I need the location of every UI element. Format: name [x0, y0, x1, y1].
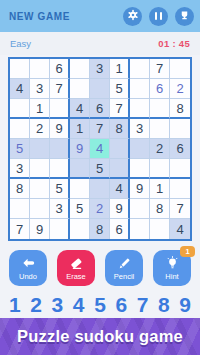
cell-r5c9[interactable]: 6: [170, 139, 190, 159]
cell-r4c6[interactable]: 8: [110, 119, 130, 139]
cell-r9c4[interactable]: [70, 219, 90, 239]
cell-r8c7[interactable]: [130, 199, 150, 219]
number-pad: 123456789: [0, 293, 200, 316]
cell-r2c5[interactable]: [90, 79, 110, 99]
pause-button[interactable]: [149, 7, 168, 26]
cell-r8c6[interactable]: 9: [110, 199, 130, 219]
settings-button[interactable]: [123, 7, 142, 26]
cell-r1c3[interactable]: 6: [50, 59, 70, 79]
cell-r9c8[interactable]: [150, 219, 170, 239]
cell-r3c6[interactable]: 7: [110, 99, 130, 119]
pencil-button[interactable]: Pencil: [105, 250, 143, 286]
cell-r7c1[interactable]: 8: [10, 179, 30, 199]
cell-r1c2[interactable]: [30, 59, 50, 79]
cell-r6c8[interactable]: [150, 159, 170, 179]
timer: 01 : 45: [158, 38, 190, 49]
cell-r8c9[interactable]: 7: [170, 199, 190, 219]
erase-button[interactable]: Erase: [57, 250, 95, 286]
cell-r7c7[interactable]: 9: [130, 179, 150, 199]
cell-r5c4[interactable]: 9: [70, 139, 90, 159]
cell-r3c1[interactable]: [10, 99, 30, 119]
cell-r3c4[interactable]: 4: [70, 99, 90, 119]
cell-r8c3[interactable]: 3: [50, 199, 70, 219]
cell-r4c4[interactable]: 1: [70, 119, 90, 139]
board-area: 6317437562146782917835942635854913529877…: [0, 55, 200, 241]
numpad-digit-2[interactable]: 2: [30, 294, 42, 315]
numpad-digit-4[interactable]: 4: [73, 294, 85, 315]
cell-r6c1[interactable]: 3: [10, 159, 30, 179]
cell-r9c5[interactable]: 8: [90, 219, 110, 239]
difficulty-label: Easy: [10, 38, 31, 49]
cell-r1c4[interactable]: [70, 59, 90, 79]
cell-r9c2[interactable]: 9: [30, 219, 50, 239]
cell-r2c8[interactable]: 6: [150, 79, 170, 99]
cell-r7c4[interactable]: [70, 179, 90, 199]
cell-r9c3[interactable]: [50, 219, 70, 239]
eraser-icon: [69, 256, 84, 271]
cell-r2c1[interactable]: 4: [10, 79, 30, 99]
sudoku-board: 6317437562146782917835942635854913529877…: [8, 57, 192, 241]
cell-r4c1[interactable]: [10, 119, 30, 139]
numpad-digit-1[interactable]: 1: [9, 294, 21, 315]
trophy-button[interactable]: [175, 7, 194, 26]
cell-r6c6[interactable]: [110, 159, 130, 179]
cell-r2c9[interactable]: 2: [170, 79, 190, 99]
cell-r3c2[interactable]: 1: [30, 99, 50, 119]
cell-r8c2[interactable]: [30, 199, 50, 219]
cell-r6c4[interactable]: [70, 159, 90, 179]
numpad-digit-5[interactable]: 5: [94, 294, 106, 315]
undo-arrow-icon: [21, 256, 36, 271]
numpad-digit-3[interactable]: 3: [52, 294, 64, 315]
cell-r5c6[interactable]: [110, 139, 130, 159]
cell-r2c4[interactable]: [70, 79, 90, 99]
cell-r6c3[interactable]: [50, 159, 70, 179]
cell-r8c4[interactable]: 5: [70, 199, 90, 219]
cell-r3c8[interactable]: [150, 99, 170, 119]
hint-label: Hint: [165, 272, 178, 281]
page-title: NEW GAME: [9, 11, 116, 22]
pause-icon: [155, 12, 163, 20]
status-bar: Easy 01 : 45: [0, 32, 200, 55]
cell-r5c8[interactable]: 2: [150, 139, 170, 159]
hint-badge: 1: [180, 246, 195, 257]
cell-r1c7[interactable]: [130, 59, 150, 79]
cell-r7c5[interactable]: [90, 179, 110, 199]
cell-r1c8[interactable]: 7: [150, 59, 170, 79]
cell-r3c5[interactable]: 6: [90, 99, 110, 119]
undo-label: Undo: [19, 272, 37, 281]
cell-r8c8[interactable]: 8: [150, 199, 170, 219]
cell-r2c2[interactable]: 3: [30, 79, 50, 99]
banner-text: Puzzle sudoku game: [17, 327, 183, 346]
cell-r4c3[interactable]: 9: [50, 119, 70, 139]
cell-r3c7[interactable]: [130, 99, 150, 119]
cell-r9c1[interactable]: 7: [10, 219, 30, 239]
cell-r4c9[interactable]: [170, 119, 190, 139]
top-bar: NEW GAME: [0, 0, 200, 32]
cell-r5c1[interactable]: 5: [10, 139, 30, 159]
cell-r6c9[interactable]: [170, 159, 190, 179]
cell-r1c9[interactable]: [170, 59, 190, 79]
lightbulb-icon: [165, 256, 180, 271]
numpad-digit-8[interactable]: 8: [158, 294, 170, 315]
hint-button[interactable]: 1 Hint: [153, 250, 191, 286]
cell-r3c9[interactable]: 8: [170, 99, 190, 119]
erase-label: Erase: [66, 272, 86, 281]
cell-r3c3[interactable]: [50, 99, 70, 119]
cell-r4c8[interactable]: [150, 119, 170, 139]
cell-r4c5[interactable]: 7: [90, 119, 110, 139]
cell-r1c1[interactable]: [10, 59, 30, 79]
cell-r6c2[interactable]: [30, 159, 50, 179]
ad-banner: Puzzle sudoku game: [0, 318, 200, 355]
cell-r1c6[interactable]: 1: [110, 59, 130, 79]
trophy-icon: [179, 7, 190, 25]
gear-icon: [127, 7, 139, 25]
numpad-digit-6[interactable]: 6: [115, 294, 127, 315]
cell-r7c9[interactable]: [170, 179, 190, 199]
cell-r9c6[interactable]: 6: [110, 219, 130, 239]
cell-r6c7[interactable]: [130, 159, 150, 179]
toolbar: Undo Erase Pencil 1: [0, 241, 200, 286]
cell-r8c5[interactable]: 2: [90, 199, 110, 219]
cell-r5c3[interactable]: [50, 139, 70, 159]
cell-r9c7[interactable]: [130, 219, 150, 239]
numpad-digit-7[interactable]: 7: [137, 294, 149, 315]
cell-r7c2[interactable]: [30, 179, 50, 199]
cell-r7c3[interactable]: 5: [50, 179, 70, 199]
undo-button[interactable]: Undo: [9, 250, 47, 286]
cell-r1c5[interactable]: 3: [90, 59, 110, 79]
cell-r2c3[interactable]: 7: [50, 79, 70, 99]
pencil-label: Pencil: [114, 272, 134, 281]
cell-r5c7[interactable]: [130, 139, 150, 159]
cell-r4c7[interactable]: 3: [130, 119, 150, 139]
cell-r7c6[interactable]: 4: [110, 179, 130, 199]
cell-r2c7[interactable]: [130, 79, 150, 99]
cell-r9c9[interactable]: 4: [170, 219, 190, 239]
cell-r5c5[interactable]: 4: [90, 139, 110, 159]
pencil-icon: [117, 256, 132, 271]
numpad-digit-9[interactable]: 9: [179, 294, 191, 315]
cell-r8c1[interactable]: [10, 199, 30, 219]
cell-r5c2[interactable]: [30, 139, 50, 159]
cell-r7c8[interactable]: 1: [150, 179, 170, 199]
cell-r2c6[interactable]: 5: [110, 79, 130, 99]
cell-r4c2[interactable]: 2: [30, 119, 50, 139]
cell-r6c5[interactable]: 5: [90, 159, 110, 179]
